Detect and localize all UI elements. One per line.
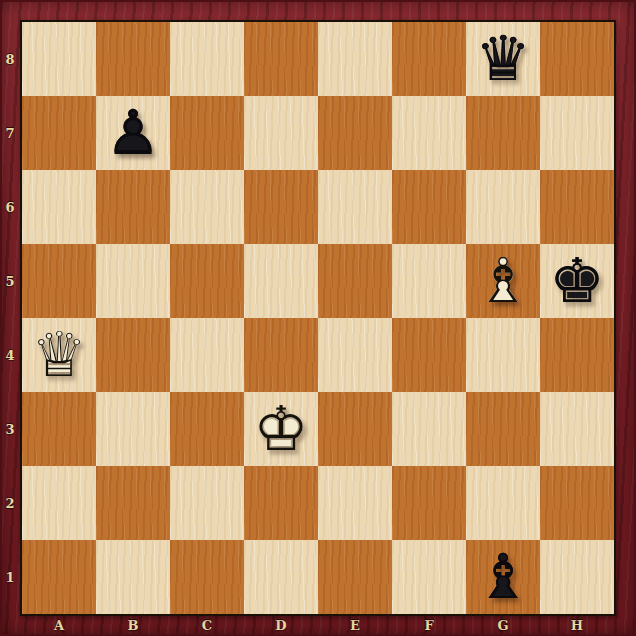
piece-outline-glyph: ♗ — [466, 540, 540, 614]
square-b4[interactable] — [96, 318, 170, 392]
rank-label-6: 6 — [0, 170, 20, 244]
square-c1[interactable] — [170, 540, 244, 614]
square-h4[interactable] — [540, 318, 614, 392]
rank-label-4: 4 — [0, 318, 20, 392]
square-d7[interactable] — [244, 96, 318, 170]
square-f2[interactable] — [392, 466, 466, 540]
square-g5[interactable]: ♝♗ — [466, 244, 540, 318]
rank-label-1: 1 — [0, 540, 20, 614]
piece-black-king[interactable]: ♚♔ — [540, 244, 614, 318]
file-labels: ABCDEFGH — [22, 614, 614, 636]
square-g2[interactable] — [466, 466, 540, 540]
piece-outline-glyph: ♗ — [466, 244, 540, 318]
square-a7[interactable] — [22, 96, 96, 170]
file-label-d: D — [244, 614, 318, 636]
square-b8[interactable] — [96, 22, 170, 96]
rank-label-5: 5 — [0, 244, 20, 318]
square-d8[interactable] — [244, 22, 318, 96]
square-b2[interactable] — [96, 466, 170, 540]
piece-black-bishop[interactable]: ♝♗ — [466, 540, 540, 614]
square-a3[interactable] — [22, 392, 96, 466]
square-b3[interactable] — [96, 392, 170, 466]
file-label-b: B — [96, 614, 170, 636]
square-b5[interactable] — [96, 244, 170, 318]
square-e6[interactable] — [318, 170, 392, 244]
square-f3[interactable] — [392, 392, 466, 466]
square-h5[interactable]: ♚♔ — [540, 244, 614, 318]
piece-outline-glyph: ♔ — [244, 392, 318, 466]
square-a5[interactable] — [22, 244, 96, 318]
square-e8[interactable] — [318, 22, 392, 96]
rank-label-3: 3 — [0, 392, 20, 466]
square-g4[interactable] — [466, 318, 540, 392]
square-h7[interactable] — [540, 96, 614, 170]
square-f6[interactable] — [392, 170, 466, 244]
file-label-e: E — [318, 614, 392, 636]
square-g7[interactable] — [466, 96, 540, 170]
square-d3[interactable]: ♚♔ — [244, 392, 318, 466]
board: ♛♕♟♙♝♗♚♔♛♕♚♔♝♗ — [20, 20, 616, 616]
square-h3[interactable] — [540, 392, 614, 466]
square-e5[interactable] — [318, 244, 392, 318]
square-h2[interactable] — [540, 466, 614, 540]
square-c8[interactable] — [170, 22, 244, 96]
square-g8[interactable]: ♛♕ — [466, 22, 540, 96]
square-c6[interactable] — [170, 170, 244, 244]
file-label-g: G — [466, 614, 540, 636]
square-b7[interactable]: ♟♙ — [96, 96, 170, 170]
square-b1[interactable] — [96, 540, 170, 614]
square-a6[interactable] — [22, 170, 96, 244]
square-e1[interactable] — [318, 540, 392, 614]
piece-outline-glyph: ♕ — [466, 22, 540, 96]
square-h1[interactable] — [540, 540, 614, 614]
square-g1[interactable]: ♝♗ — [466, 540, 540, 614]
square-g3[interactable] — [466, 392, 540, 466]
piece-outline-glyph: ♕ — [22, 318, 96, 392]
square-f5[interactable] — [392, 244, 466, 318]
square-h6[interactable] — [540, 170, 614, 244]
piece-white-queen[interactable]: ♛♕ — [22, 318, 96, 392]
square-d1[interactable] — [244, 540, 318, 614]
square-a8[interactable] — [22, 22, 96, 96]
square-a4[interactable]: ♛♕ — [22, 318, 96, 392]
square-h8[interactable] — [540, 22, 614, 96]
file-label-h: H — [540, 614, 614, 636]
piece-white-bishop[interactable]: ♝♗ — [466, 244, 540, 318]
square-d5[interactable] — [244, 244, 318, 318]
board-frame: 87654321 ABCDEFGH ♛♕♟♙♝♗♚♔♛♕♚♔♝♗ — [0, 0, 636, 636]
square-a1[interactable] — [22, 540, 96, 614]
piece-black-pawn[interactable]: ♟♙ — [96, 96, 170, 170]
square-d4[interactable] — [244, 318, 318, 392]
square-e2[interactable] — [318, 466, 392, 540]
rank-labels: 87654321 — [0, 22, 20, 614]
square-a2[interactable] — [22, 466, 96, 540]
file-label-f: F — [392, 614, 466, 636]
rank-label-8: 8 — [0, 22, 20, 96]
square-c2[interactable] — [170, 466, 244, 540]
square-d6[interactable] — [244, 170, 318, 244]
square-e4[interactable] — [318, 318, 392, 392]
square-c7[interactable] — [170, 96, 244, 170]
square-e7[interactable] — [318, 96, 392, 170]
piece-outline-glyph: ♙ — [96, 96, 170, 170]
square-e3[interactable] — [318, 392, 392, 466]
rank-label-7: 7 — [0, 96, 20, 170]
square-c5[interactable] — [170, 244, 244, 318]
square-d2[interactable] — [244, 466, 318, 540]
piece-white-king[interactable]: ♚♔ — [244, 392, 318, 466]
square-c4[interactable] — [170, 318, 244, 392]
square-f4[interactable] — [392, 318, 466, 392]
file-label-a: A — [22, 614, 96, 636]
square-f1[interactable] — [392, 540, 466, 614]
rank-label-2: 2 — [0, 466, 20, 540]
square-f8[interactable] — [392, 22, 466, 96]
piece-outline-glyph: ♔ — [540, 244, 614, 318]
file-label-c: C — [170, 614, 244, 636]
square-c3[interactable] — [170, 392, 244, 466]
square-g6[interactable] — [466, 170, 540, 244]
square-b6[interactable] — [96, 170, 170, 244]
piece-black-queen[interactable]: ♛♕ — [466, 22, 540, 96]
square-f7[interactable] — [392, 96, 466, 170]
